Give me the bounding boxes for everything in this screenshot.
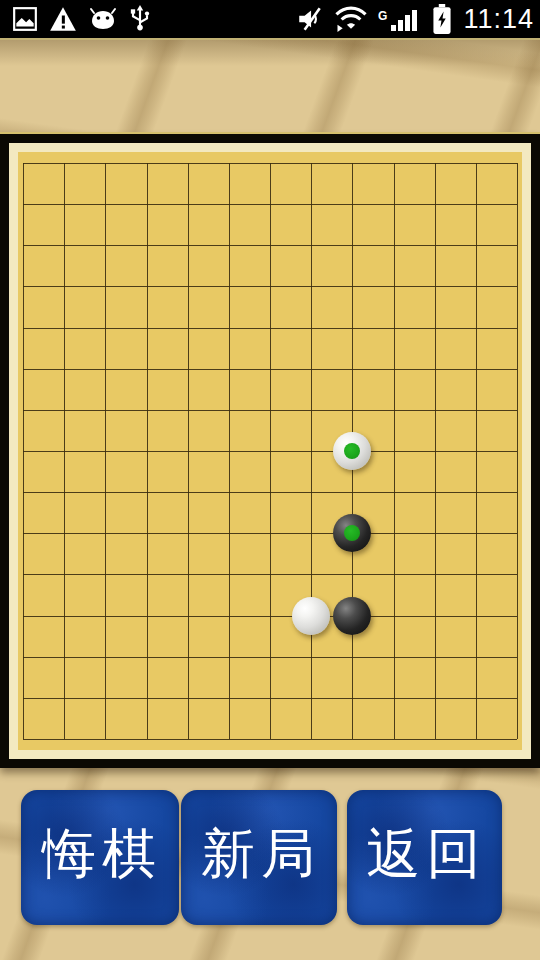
battery-charging-icon bbox=[431, 4, 453, 34]
grid-line-horizontal bbox=[23, 698, 517, 699]
grid-line-vertical bbox=[517, 163, 518, 739]
clock: 11:14 bbox=[463, 1, 534, 37]
mute-icon bbox=[296, 6, 324, 32]
white-stone bbox=[333, 432, 371, 470]
grid-line-horizontal bbox=[23, 657, 517, 658]
status-bar-left bbox=[0, 5, 151, 33]
grid-line-horizontal bbox=[23, 204, 517, 205]
grid-line-horizontal bbox=[23, 245, 517, 246]
usb-icon bbox=[129, 5, 151, 33]
picture-icon bbox=[12, 6, 38, 32]
android-icon bbox=[88, 6, 118, 32]
undo-move-button[interactable]: 悔棋 bbox=[21, 790, 179, 925]
wifi-icon bbox=[334, 6, 368, 33]
status-bar-right: G 11:14 bbox=[296, 1, 540, 37]
last-move-marker bbox=[344, 525, 360, 541]
status-bar: G 11:14 bbox=[0, 0, 540, 40]
grid-line-horizontal bbox=[23, 163, 517, 164]
grid-line-horizontal bbox=[23, 410, 517, 411]
grid-line-horizontal bbox=[23, 328, 517, 329]
board-frame bbox=[0, 134, 540, 768]
black-stone bbox=[333, 597, 371, 635]
board-trim bbox=[9, 143, 531, 759]
signal-bars-icon: G bbox=[378, 5, 421, 33]
screen: G 11:14 bbox=[0, 0, 540, 960]
grid-line-horizontal bbox=[23, 492, 517, 493]
grid-line-horizontal bbox=[23, 574, 517, 575]
grid-line-horizontal bbox=[23, 739, 517, 740]
grid-line-horizontal bbox=[23, 286, 517, 287]
grid-line-horizontal bbox=[23, 533, 517, 534]
grid-line-horizontal bbox=[23, 616, 517, 617]
new-game-button[interactable]: 新局 bbox=[181, 790, 337, 925]
back-button[interactable]: 返回 bbox=[347, 790, 502, 925]
last-move-marker bbox=[344, 443, 360, 459]
grid-line-horizontal bbox=[23, 451, 517, 452]
gomoku-board[interactable] bbox=[18, 152, 522, 750]
network-type-label: G bbox=[378, 9, 387, 23]
board-grid bbox=[23, 163, 517, 739]
black-stone bbox=[333, 514, 371, 552]
warning-icon bbox=[49, 6, 77, 32]
grid-line-horizontal bbox=[23, 369, 517, 370]
white-stone bbox=[292, 597, 330, 635]
